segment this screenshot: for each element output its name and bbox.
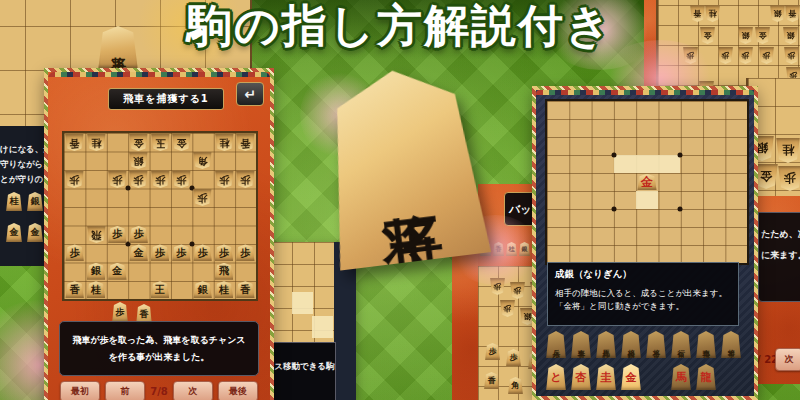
left-edge-line2: 守りながら、 [0,157,44,172]
right-edge-caption: たため、次 に来ます。 [758,212,800,302]
star-point [678,207,683,212]
shogi-piece-歩[interactable]: 歩 [193,189,212,206]
shogi-piece-王[interactable]: 王 [151,281,170,298]
right-edge-next-button[interactable]: 次 [775,348,800,371]
shogi-piece-歩[interactable]: 歩 [193,244,212,261]
shogi-piece-王将[interactable]: 王将 [721,331,741,358]
tray-slot [719,362,744,392]
tray-slot: 馬 [669,362,694,392]
tray-slot: 角行 [669,330,694,360]
shogi-piece-桂: 桂 [506,242,517,256]
nav-next-button[interactable]: 次 [173,381,213,400]
shogi-piece-銀[interactable]: 銀 [87,263,106,280]
shogi-piece-歩[interactable]: 歩 [65,171,84,188]
tray-slot: 香車 [569,330,594,360]
piece-info-box: 成銀（なりぎん） 相手の陣地に入ると、成ることが出来ます。 「金将」と同じ動きが… [547,262,739,326]
piece-info-line2: 「金将」と同じ動きができます。 [555,300,731,313]
tutorial-fragment-left-edge: けになる、最 守りながら、 とが守りのコ 桂銀金金 [0,126,46,266]
shogi-piece-銀[interactable]: 銀 [193,281,212,298]
return-icon: ↵ [244,86,256,102]
back-title-text: バッ [509,202,532,217]
tray-slot: 圭 [594,362,619,392]
tray-slot: 龍 [694,362,719,392]
tray-slot: 金将 [644,330,669,360]
star-point [126,186,131,191]
shogi-piece-桂[interactable]: 桂 [215,281,234,298]
shogi-piece-香[interactable]: 香 [236,134,255,151]
shogi-piece-飛車[interactable]: 飛車 [696,331,716,358]
piece-guide-panel: 金 成銀（なりぎん） 相手の陣地に入ると、成ることが出来ます。 「金将」と同じ動… [532,86,758,400]
shogi-piece-龍[interactable]: 龍 [696,364,716,390]
shogi-piece-歩: 歩 [778,166,800,191]
promo-title: 駒の指し方解説付き [0,0,800,56]
left-edge-piece-tray: 桂銀金金 [0,188,46,258]
shogi-piece-杏[interactable]: 杏 [571,364,591,390]
piece-tray-promoted: と杏圭金馬龍 [544,362,746,392]
tutorial-caption-box: 飛車が歩を取った為、飛車を取るチャンスを作る事が出来ました。 [59,321,259,376]
nav-prev-button[interactable]: 前 [105,381,145,400]
move-counter: 7/8 [150,386,168,397]
shogi-piece-桂: 桂 [6,192,22,211]
star-point [190,241,195,246]
shogi-piece-香[interactable]: 香 [65,134,84,151]
shogi-piece-と[interactable]: と [546,364,566,390]
shogi-piece-桂: 桂 [776,138,800,163]
shogi-piece-歩: 歩 [500,300,515,317]
move-navigation: 最初 前 7/8 次 最後 [60,381,258,400]
shogi-piece-歩[interactable]: 歩 [108,171,127,188]
right-board[interactable]: 金 [545,99,749,265]
shogi-piece-香車[interactable]: 香車 [571,331,591,358]
return-button[interactable]: ↵ [236,82,264,106]
shogi-piece-角行[interactable]: 角行 [671,331,691,358]
shogi-piece-飛[interactable]: 飛 [87,226,106,243]
shogi-piece-歩[interactable]: 歩 [129,226,148,243]
left-edge-line3: とが守りのコ [0,172,44,187]
shogi-piece-歩: 歩 [485,343,500,360]
star-point [611,207,616,212]
shogi-piece-歩: 歩 [506,349,521,366]
shogi-piece-銀: 銀 [27,192,43,211]
shogi-piece-角[interactable]: 角 [193,152,212,169]
shogi-piece-歩[interactable]: 歩 [172,244,191,261]
tray-slot: と [544,362,569,392]
shogi-piece-歩[interactable]: 歩 [65,244,84,261]
shogi-piece-角: 角 [508,377,523,394]
shogi-piece-玉[interactable]: 玉 [151,134,170,151]
piece-tray-basic: 歩兵香車桂馬銀将金将角行飛車王将 [544,330,746,360]
shogi-piece-香: 香 [484,372,499,389]
shogi-piece-馬[interactable]: 馬 [671,364,691,390]
shogi-piece-歩[interactable]: 歩 [172,171,191,188]
tray-slot: 桂馬 [594,330,619,360]
shogi-piece-金: 金 [6,223,22,242]
king-piece-kanji: 王将 [365,168,445,178]
move-highlight [636,191,658,209]
move-highlight [614,155,636,173]
shogi-piece-歩[interactable]: 歩 [236,171,255,188]
shogi-piece-歩[interactable]: 歩 [129,171,148,188]
piece-info-line1: 相手の陣地に入ると、成ることが出来ます。 [555,287,731,300]
nav-last-button[interactable]: 最後 [218,381,258,400]
shogi-piece-香: 香 [493,242,504,256]
shogi-piece-歩[interactable]: 歩 [215,171,234,188]
shogi-piece-金[interactable]: 金 [108,263,127,280]
shogi-piece-桂[interactable]: 桂 [215,134,234,151]
piece-info-title: 成銀（なりぎん） [555,268,731,281]
shogi-piece-金[interactable]: 金 [621,364,641,390]
shogi-piece-歩: 歩 [112,302,128,322]
shogi-piece-金[interactable]: 金 [129,244,148,261]
king-piece: 王将 [317,61,491,270]
shogi-piece-銀将[interactable]: 銀将 [621,331,641,358]
shogi-piece-金[interactable]: 金 [172,134,191,151]
shogi-piece-歩兵[interactable]: 歩兵 [546,331,566,358]
nav-first-button[interactable]: 最初 [60,381,100,400]
shogi-piece-圭[interactable]: 圭 [596,364,616,390]
promo-banner: 王将 香桂銀香金銀金銀歩歩歩歩歩歩歩 に1マス移動できる駒で バッ 歩香桂銀金 … [0,0,800,400]
shogi-piece-飛[interactable]: 飛 [215,263,234,280]
tutorial-panel: 飛車を捕獲する1 ↵ 歩歩 香桂金玉金桂香銀角歩歩歩歩歩歩歩歩飛歩歩歩金歩歩歩歩… [44,68,274,400]
shogi-piece-歩[interactable]: 歩 [151,171,170,188]
panel-trim-stripe [48,72,270,77]
shogi-piece-歩[interactable]: 歩 [108,226,127,243]
left-edge-line1: けになる、最 [0,142,44,157]
shogi-piece-歩: 歩 [490,278,505,295]
shogi-piece-金[interactable]: 金 [129,134,148,151]
shogi-piece-銀[interactable]: 銀 [129,152,148,169]
shogi-piece-歩[interactable]: 歩 [151,244,170,261]
tray-slot [644,362,669,392]
star-point [678,153,683,158]
move-highlight [636,155,658,173]
tray-slot: 王将 [719,330,744,360]
tray-slot: 銀将 [619,330,644,360]
right-edge-line2: に来ます。 [761,248,800,263]
star-point [611,153,616,158]
shogi-piece-桂[interactable]: 桂 [87,134,106,151]
shogi-piece-香[interactable]: 香 [65,281,84,298]
tutorial-fragment-right-edge: たため、次 に来ます。 / 22 次 [752,196,800,384]
move-highlight [658,155,680,173]
shogi-piece-歩: 歩 [510,282,525,299]
tray-slot: 金 [619,362,644,392]
tray-slot: 飛車 [694,330,719,360]
panel-trim-stripe [536,90,754,95]
shogi-piece-金: 金 [637,174,657,191]
shogi-piece-桂[interactable]: 桂 [87,281,106,298]
shogi-piece-金将[interactable]: 金将 [646,331,666,358]
tray-slot: 杏 [569,362,594,392]
tutorial-caption-text: 飛車が歩を取った為、飛車を取るチャンスを作る事が出来ました。 [60,332,258,366]
shogi-piece-銀: 銀 [519,242,530,256]
shogi-piece-歩[interactable]: 歩 [236,244,255,261]
tutorial-title: 飛車を捕獲する1 [108,88,224,110]
shogi-piece-香[interactable]: 香 [236,281,255,298]
right-edge-line1: たため、次 [761,227,800,242]
tray-slot: 歩兵 [544,330,569,360]
shogi-piece-歩[interactable]: 歩 [215,244,234,261]
shogi-piece-金: 金 [27,223,43,242]
move-highlight [292,292,313,314]
move-highlight [312,316,333,338]
shogi-piece-桂馬[interactable]: 桂馬 [596,331,616,358]
left-board[interactable]: 香桂金玉金桂香銀角歩歩歩歩歩歩歩歩飛歩歩歩金歩歩歩歩歩銀金飛香桂王銀桂香 [62,131,258,301]
